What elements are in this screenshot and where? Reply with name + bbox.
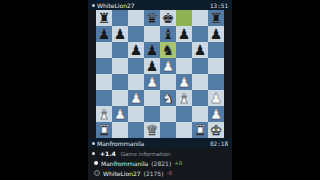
square-e7[interactable]: ♝ [160,26,176,42]
square-c6[interactable]: ♟ [128,42,144,58]
eval-score: +1.4 [100,150,116,157]
chess-app-window: WhiteLion27 13:51 ♜♛♚♜♟♟♝♟♟♟♟♞♟♟♟♟♟♟♞♝♟♝… [88,0,232,180]
white-color-dot-icon [94,161,98,165]
white-pawn: ♟ [160,58,176,74]
square-g4[interactable] [192,74,208,90]
player-name: Manfromrnanila [101,160,148,167]
square-c3[interactable]: ♟ [128,90,144,106]
white-pawn: ♟ [176,74,192,90]
white-knight: ♞ [160,90,176,106]
square-d5[interactable]: ♟ [144,58,160,74]
white-rook: ♜ [192,122,208,138]
square-a4[interactable] [96,74,112,90]
player-list-item-black[interactable]: WhiteLion27 (2175) -8 [88,168,232,178]
square-b8[interactable] [112,10,128,26]
square-g1[interactable]: ♜ [192,122,208,138]
square-d3[interactable] [144,90,160,106]
black-rook: ♜ [96,10,112,26]
player-rating: (2175) [144,170,164,177]
square-f5[interactable] [176,58,192,74]
square-f1[interactable] [176,122,192,138]
square-b7[interactable]: ♟ [112,26,128,42]
white-king: ♚ [208,122,224,138]
black-pawn: ♟ [208,26,224,42]
top-player-name: WhiteLion27 [97,2,135,9]
player-list-item-white[interactable]: Manfromrnanila (2821) +8 [88,158,232,168]
bottom-player-bar[interactable]: Manfromrnanila 02:18 [88,138,232,148]
square-c4[interactable] [128,74,144,90]
square-g5[interactable] [192,58,208,74]
square-a8[interactable]: ♜ [96,10,112,26]
square-g2[interactable] [192,106,208,122]
square-h5[interactable] [208,58,224,74]
square-b4[interactable] [112,74,128,90]
square-a7[interactable]: ♟ [96,26,112,42]
square-h8[interactable]: ♜ [208,10,224,26]
square-a2[interactable]: ♝ [96,106,112,122]
square-h3[interactable]: ♟ [208,90,224,106]
black-pawn: ♟ [128,42,144,58]
square-f8[interactable] [176,10,192,26]
square-f7[interactable]: ♟ [176,26,192,42]
player-name: WhiteLion27 [103,170,141,177]
white-pawn: ♟ [112,106,128,122]
square-e4[interactable] [160,74,176,90]
square-f4[interactable]: ♟ [176,74,192,90]
square-h7[interactable]: ♟ [208,26,224,42]
square-e8[interactable]: ♚ [160,10,176,26]
square-h6[interactable] [208,42,224,58]
black-rook: ♜ [208,10,224,26]
analysis-icon [92,152,95,155]
square-f2[interactable] [176,106,192,122]
bottom-player-name: Manfromrnanila [97,140,144,147]
square-e5[interactable]: ♟ [160,58,176,74]
square-a3[interactable] [96,90,112,106]
square-c7[interactable] [128,26,144,42]
square-g8[interactable] [192,10,208,26]
black-queen: ♛ [144,10,160,26]
rating-change: -8 [167,170,172,176]
black-pawn: ♟ [176,26,192,42]
black-pawn: ♟ [192,42,208,58]
square-b6[interactable] [112,42,128,58]
square-e1[interactable] [160,122,176,138]
square-e3[interactable]: ♞ [160,90,176,106]
square-e6[interactable]: ♞ [160,42,176,58]
white-pawn: ♟ [208,90,224,106]
square-d7[interactable] [144,26,160,42]
square-f3[interactable]: ♝ [176,90,192,106]
black-color-dot-icon [94,170,100,176]
rating-change: +8 [174,160,182,166]
white-bishop: ♝ [176,90,192,106]
top-player-bar[interactable]: WhiteLion27 13:51 [88,0,232,10]
top-player-name-wrap: WhiteLion27 [92,2,135,9]
square-a1[interactable]: ♜ [96,122,112,138]
black-pawn: ♟ [96,26,112,42]
square-d6[interactable]: ♟ [144,42,160,58]
white-pawn: ♟ [208,106,224,122]
white-queen: ♛ [144,122,160,138]
square-b1[interactable] [112,122,128,138]
square-a5[interactable] [96,58,112,74]
white-rook: ♜ [96,122,112,138]
square-d8[interactable]: ♛ [144,10,160,26]
black-knight: ♞ [160,42,176,58]
evaluation-row[interactable]: +1.4 Game information [88,148,232,158]
black-pawn: ♟ [112,26,128,42]
square-b3[interactable] [112,90,128,106]
square-d2[interactable] [144,106,160,122]
white-pawn: ♟ [144,74,160,90]
black-king: ♚ [160,10,176,26]
white-pawn: ♟ [128,90,144,106]
square-c1[interactable] [128,122,144,138]
black-pawn: ♟ [144,42,160,58]
game-information-label: Game information [121,151,171,157]
square-e2[interactable] [160,106,176,122]
online-status-icon [92,4,95,7]
square-g7[interactable] [192,26,208,42]
online-status-icon [92,142,95,145]
square-g6[interactable]: ♟ [192,42,208,58]
bottom-player-name-wrap: Manfromrnanila [92,140,144,147]
chess-board[interactable]: ♜♛♚♜♟♟♝♟♟♟♟♞♟♟♟♟♟♟♞♝♟♝♟♟♜♛♜♚ [96,10,224,138]
square-d4[interactable]: ♟ [144,74,160,90]
square-c8[interactable] [128,10,144,26]
square-c5[interactable] [128,58,144,74]
square-d1[interactable]: ♛ [144,122,160,138]
square-h1[interactable]: ♚ [208,122,224,138]
square-f6[interactable] [176,42,192,58]
bottom-player-clock: 02:18 [210,140,228,147]
white-bishop: ♝ [96,106,112,122]
square-b5[interactable] [112,58,128,74]
square-h2[interactable]: ♟ [208,106,224,122]
black-bishop: ♝ [160,26,176,42]
square-a6[interactable] [96,42,112,58]
player-rating: (2821) [151,160,171,167]
top-player-clock: 13:51 [210,2,228,9]
square-c2[interactable] [128,106,144,122]
square-h4[interactable] [208,74,224,90]
black-pawn: ♟ [144,58,160,74]
square-g3[interactable] [192,90,208,106]
square-b2[interactable]: ♟ [112,106,128,122]
